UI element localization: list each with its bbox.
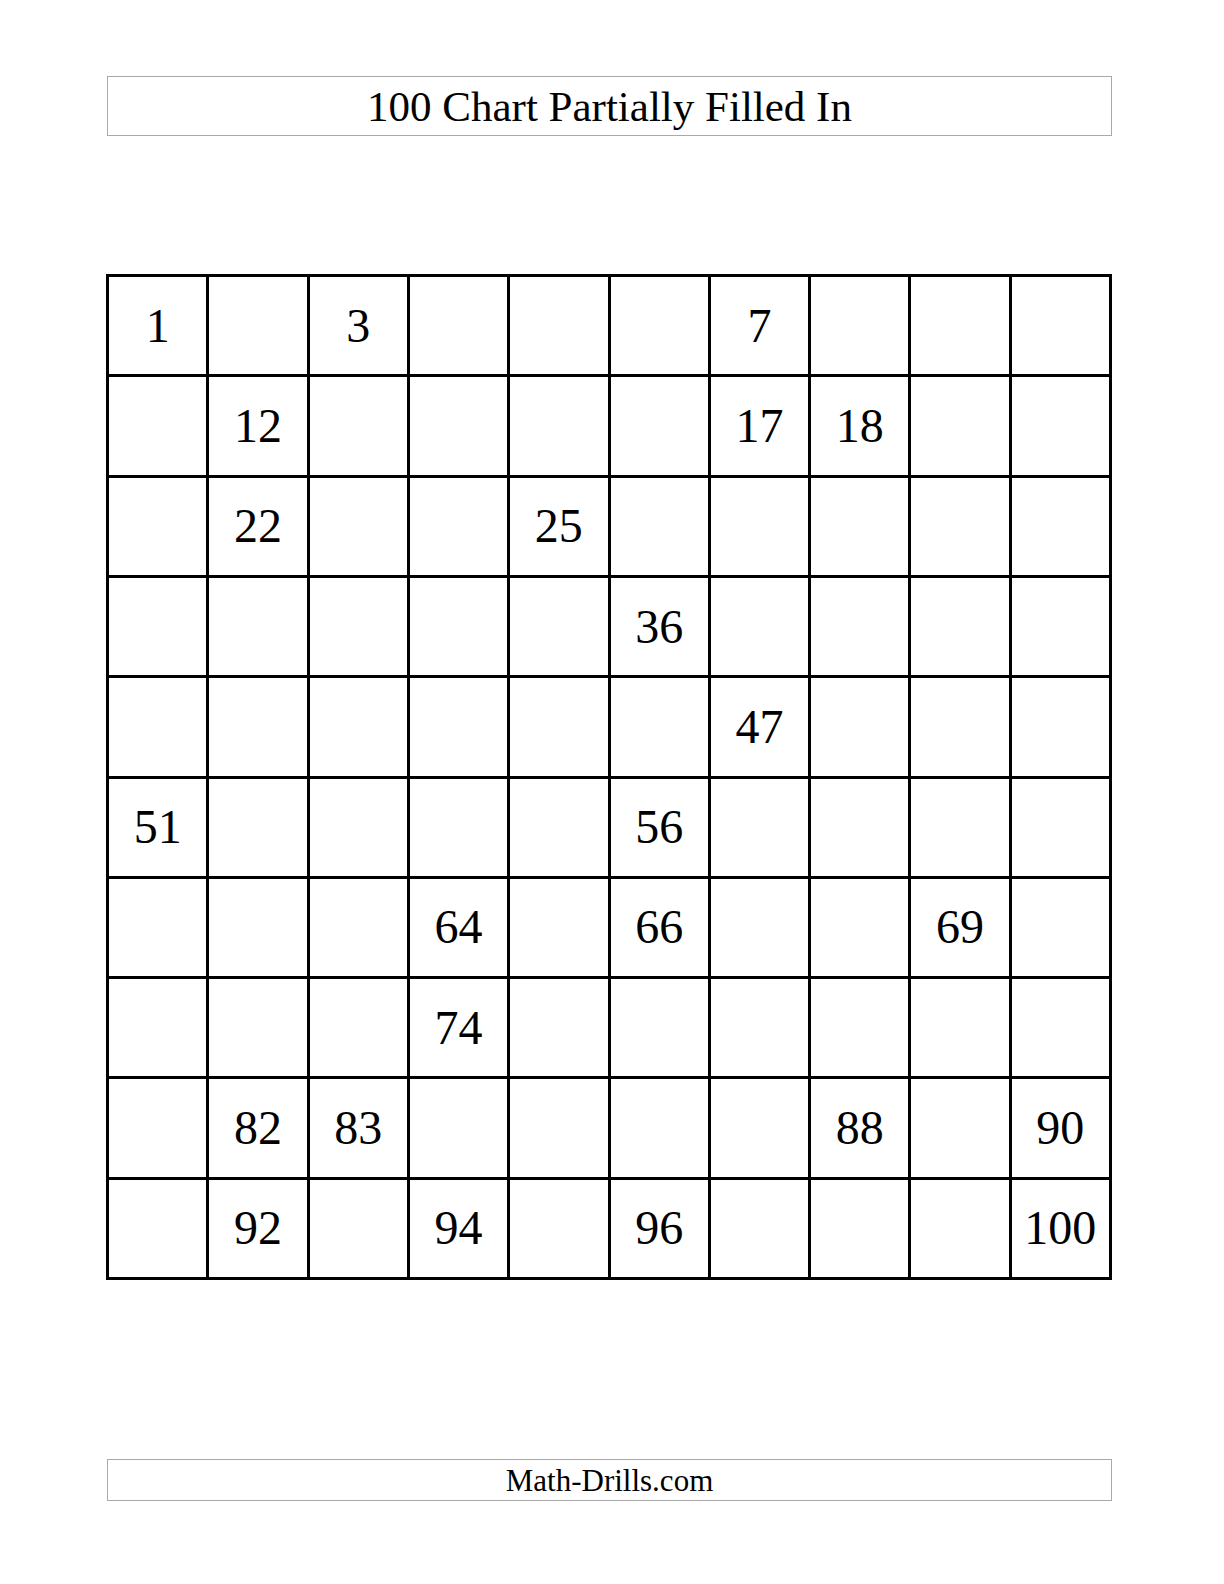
grid-cell[interactable] xyxy=(109,678,206,775)
grid-cell[interactable] xyxy=(510,879,607,976)
grid-cell[interactable] xyxy=(510,578,607,675)
grid-cell: 17 xyxy=(711,377,808,474)
grid-cell[interactable] xyxy=(611,277,708,374)
grid-cell[interactable] xyxy=(911,1180,1008,1277)
grid-cell[interactable] xyxy=(911,478,1008,575)
grid-cell[interactable] xyxy=(209,678,306,775)
grid-cell[interactable] xyxy=(410,277,507,374)
grid-cell[interactable] xyxy=(711,578,808,675)
grid-cell[interactable] xyxy=(611,478,708,575)
grid-cell[interactable] xyxy=(209,979,306,1076)
grid-cell[interactable] xyxy=(811,478,908,575)
grid-cell[interactable] xyxy=(811,979,908,1076)
grid-cell[interactable] xyxy=(209,277,306,374)
grid-cell[interactable] xyxy=(209,879,306,976)
grid-cell[interactable] xyxy=(1012,678,1109,775)
grid-cell: 36 xyxy=(611,578,708,675)
grid-cell: 69 xyxy=(911,879,1008,976)
grid-cell[interactable] xyxy=(410,1079,507,1176)
grid-cell: 100 xyxy=(1012,1180,1109,1277)
grid-cell[interactable] xyxy=(109,478,206,575)
hundred-chart-grid: 1371217182225364751566466697482838890929… xyxy=(106,274,1112,1280)
grid-cell[interactable] xyxy=(310,1180,407,1277)
grid-cell[interactable] xyxy=(109,879,206,976)
grid-cell: 90 xyxy=(1012,1079,1109,1176)
grid-cell[interactable] xyxy=(310,979,407,1076)
grid-cell[interactable] xyxy=(911,377,1008,474)
grid-cell[interactable] xyxy=(510,979,607,1076)
grid-cell[interactable] xyxy=(410,678,507,775)
footer-brand: Math-Drills.com xyxy=(506,1465,714,1496)
grid-cell: 56 xyxy=(611,779,708,876)
grid-cell[interactable] xyxy=(310,678,407,775)
grid-cell[interactable] xyxy=(811,1180,908,1277)
grid-cell[interactable] xyxy=(109,979,206,1076)
grid-cell[interactable] xyxy=(711,1079,808,1176)
grid-cell[interactable] xyxy=(1012,478,1109,575)
grid-cell: 47 xyxy=(711,678,808,775)
grid-cell[interactable] xyxy=(109,1180,206,1277)
grid-cell[interactable] xyxy=(811,879,908,976)
grid-cell: 66 xyxy=(611,879,708,976)
grid-cell[interactable] xyxy=(310,377,407,474)
grid-cell[interactable] xyxy=(911,678,1008,775)
grid-cell: 88 xyxy=(811,1079,908,1176)
grid-cell: 22 xyxy=(209,478,306,575)
grid-cell: 94 xyxy=(410,1180,507,1277)
grid-cell: 74 xyxy=(410,979,507,1076)
grid-cell: 12 xyxy=(209,377,306,474)
grid-cell: 83 xyxy=(310,1079,407,1176)
grid-cell[interactable] xyxy=(711,779,808,876)
grid-cell[interactable] xyxy=(109,377,206,474)
grid-cell[interactable] xyxy=(410,578,507,675)
grid-cell[interactable] xyxy=(510,1079,607,1176)
grid-cell[interactable] xyxy=(611,678,708,775)
grid-cell[interactable] xyxy=(410,377,507,474)
grid-cell[interactable] xyxy=(1012,578,1109,675)
grid-cell[interactable] xyxy=(911,277,1008,374)
grid-cell[interactable] xyxy=(209,779,306,876)
grid-cell[interactable] xyxy=(310,779,407,876)
footer-box: Math-Drills.com xyxy=(107,1459,1112,1501)
grid-cell[interactable] xyxy=(310,879,407,976)
grid-cell[interactable] xyxy=(510,277,607,374)
grid-cell[interactable] xyxy=(911,979,1008,1076)
grid-cell[interactable] xyxy=(109,1079,206,1176)
grid-cell: 18 xyxy=(811,377,908,474)
grid-cell[interactable] xyxy=(510,1180,607,1277)
grid-cell[interactable] xyxy=(711,879,808,976)
grid-cell[interactable] xyxy=(209,578,306,675)
grid-cell[interactable] xyxy=(711,478,808,575)
grid-cell[interactable] xyxy=(711,1180,808,1277)
grid-cell[interactable] xyxy=(310,478,407,575)
grid-cell[interactable] xyxy=(410,779,507,876)
grid-cell[interactable] xyxy=(611,979,708,1076)
grid-cell[interactable] xyxy=(911,1079,1008,1176)
grid-cell[interactable] xyxy=(1012,979,1109,1076)
grid-cell: 51 xyxy=(109,779,206,876)
grid-cell[interactable] xyxy=(310,578,407,675)
grid-cell[interactable] xyxy=(510,779,607,876)
grid-cell[interactable] xyxy=(1012,277,1109,374)
grid-cell[interactable] xyxy=(1012,377,1109,474)
grid-cell: 3 xyxy=(310,277,407,374)
grid-cell: 7 xyxy=(711,277,808,374)
grid-cell[interactable] xyxy=(611,1079,708,1176)
grid-cell[interactable] xyxy=(611,377,708,474)
grid-cell[interactable] xyxy=(510,377,607,474)
page-title: 100 Chart Partially Filled In xyxy=(367,85,852,128)
grid-cell[interactable] xyxy=(811,277,908,374)
grid-cell[interactable] xyxy=(510,678,607,775)
grid-cell[interactable] xyxy=(911,779,1008,876)
grid-cell: 92 xyxy=(209,1180,306,1277)
grid-cell[interactable] xyxy=(711,979,808,1076)
grid-cell[interactable] xyxy=(811,578,908,675)
grid-cell: 82 xyxy=(209,1079,306,1176)
grid-cell[interactable] xyxy=(1012,879,1109,976)
grid-cell: 96 xyxy=(611,1180,708,1277)
worksheet-page: { "game": "hundred-chart-partially-fille… xyxy=(0,0,1224,1584)
title-box: 100 Chart Partially Filled In xyxy=(107,76,1112,136)
grid-cell[interactable] xyxy=(109,578,206,675)
grid-cell[interactable] xyxy=(911,578,1008,675)
grid-cell: 25 xyxy=(510,478,607,575)
grid-cell[interactable] xyxy=(811,779,908,876)
grid-cell: 64 xyxy=(410,879,507,976)
grid-cell[interactable] xyxy=(811,678,908,775)
grid-cell[interactable] xyxy=(410,478,507,575)
grid-cell: 1 xyxy=(109,277,206,374)
grid-cell[interactable] xyxy=(1012,779,1109,876)
